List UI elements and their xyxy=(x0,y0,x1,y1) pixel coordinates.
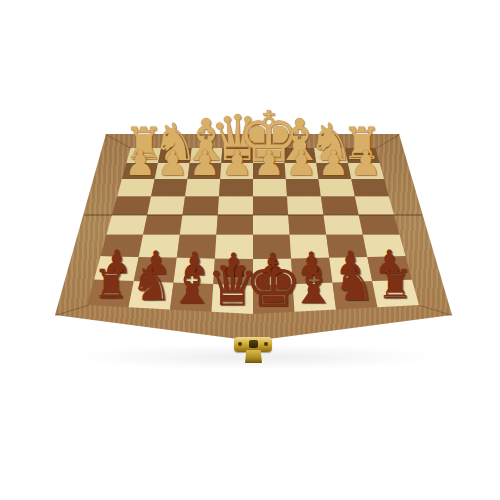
piece-light-pawn-h7[interactable]: ♟ xyxy=(350,146,381,181)
piece-light-pawn-a7[interactable]: ♟ xyxy=(125,146,156,181)
piece-light-pawn-b7[interactable]: ♟ xyxy=(157,146,188,181)
piece-dark-rook-a1[interactable]: ♜ xyxy=(93,265,129,305)
board-pieces: ♜♞♝♛♚♝♞♜♟♟♟♟♟♟♟♟♟♟♟♟♟♟♟♟♜♞♝♛♚♝♞♜ xyxy=(0,0,500,500)
chess-set-photo: ♜♞♝♛♚♝♞♜♟♟♟♟♟♟♟♟♟♟♟♟♟♟♟♟♜♞♝♛♚♝♞♜ xyxy=(0,0,500,500)
brass-clasp[interactable] xyxy=(234,337,272,352)
piece-dark-rook-h1[interactable]: ♜ xyxy=(377,265,413,305)
piece-dark-knight-g1[interactable]: ♞ xyxy=(334,261,376,308)
clasp-rivet-right xyxy=(264,342,268,346)
clasp-rivet-left xyxy=(238,342,242,346)
piece-light-pawn-g7[interactable]: ♟ xyxy=(318,146,349,181)
piece-light-pawn-f7[interactable]: ♟ xyxy=(286,146,317,181)
piece-light-pawn-e7[interactable]: ♟ xyxy=(254,146,285,181)
piece-dark-bishop-f1[interactable]: ♝ xyxy=(290,259,337,311)
piece-light-pawn-c7[interactable]: ♟ xyxy=(189,146,220,181)
piece-dark-knight-b1[interactable]: ♞ xyxy=(131,261,173,308)
piece-light-pawn-d7[interactable]: ♟ xyxy=(221,146,252,181)
clasp-keyhole xyxy=(249,340,258,348)
brass-clasp-tongue[interactable] xyxy=(245,350,262,363)
